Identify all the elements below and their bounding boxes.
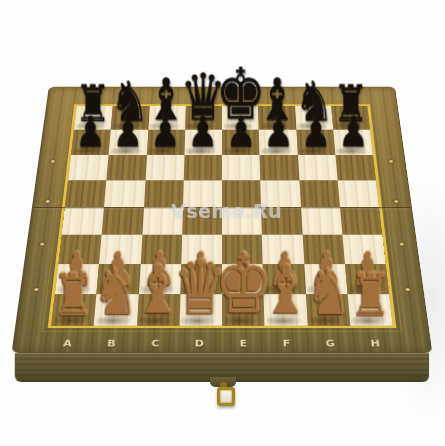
square-b6 <box>107 155 147 181</box>
black-pawn: ♟ <box>263 113 293 153</box>
black-pawn: ♟ <box>339 113 369 153</box>
black-pawn: ♟ <box>226 113 256 153</box>
square-g6 <box>297 155 337 181</box>
white-knight: ♞ <box>93 263 139 324</box>
white-rook: ♜ <box>52 268 94 323</box>
black-pawn: ♟ <box>301 113 331 153</box>
black-pawn: ♟ <box>150 113 180 153</box>
square-g7: ♟ <box>296 130 335 155</box>
square-h7: ♟ <box>333 130 373 155</box>
photo-chess-set: ♜♞♝♛♚♝♞♜♟♟♟♟♟♟♟♟♟♟♟♟♟♟♟♟♜♞♝♛♚♝♞♜ ABCDEFG… <box>0 0 445 446</box>
brass-pin <box>400 243 404 246</box>
square-h1: ♜ <box>347 294 392 326</box>
brass-pin <box>389 160 393 163</box>
square-b4 <box>102 207 144 235</box>
square-c7: ♟ <box>147 130 185 155</box>
square-a7: ♟ <box>71 130 111 155</box>
square-a1: ♜ <box>51 294 96 326</box>
square-a4 <box>62 207 104 235</box>
square-h4 <box>340 207 382 235</box>
square-e6 <box>222 155 260 181</box>
square-g4 <box>301 207 343 235</box>
white-queen: ♛ <box>174 252 228 323</box>
square-d6 <box>184 155 222 181</box>
black-pawn: ♟ <box>113 113 143 153</box>
square-e7: ♟ <box>222 130 260 155</box>
square-e1: ♚ <box>222 294 265 326</box>
square-g1: ♞ <box>306 294 351 326</box>
white-rook: ♜ <box>350 268 392 323</box>
square-d1: ♛ <box>179 294 222 326</box>
square-h6 <box>335 155 376 181</box>
square-b7: ♟ <box>109 130 148 155</box>
square-c6 <box>145 155 184 181</box>
brass-clasp <box>217 387 235 406</box>
square-f6 <box>260 155 299 181</box>
black-pawn: ♟ <box>75 113 105 153</box>
black-pawn: ♟ <box>188 113 218 153</box>
square-a6 <box>68 155 109 181</box>
white-knight: ♞ <box>306 263 352 324</box>
square-b1: ♞ <box>94 294 139 326</box>
square-d7: ♟ <box>184 130 222 155</box>
watermark: Vsemo.Ru <box>171 200 282 222</box>
square-f7: ♟ <box>259 130 297 155</box>
